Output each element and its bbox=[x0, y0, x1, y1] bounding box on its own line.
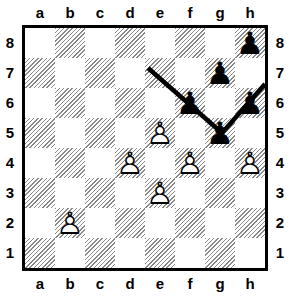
square-h5[interactable] bbox=[235, 118, 265, 148]
rank-label-7-right: 7 bbox=[271, 58, 289, 88]
square-d1[interactable] bbox=[115, 238, 145, 268]
square-b2[interactable]: ♟♙ bbox=[55, 208, 85, 238]
square-d4[interactable]: ♟♙ bbox=[115, 148, 145, 178]
chess-diagram: abcdefgh 87654321 ♟♟♟♟♟♙♟♟♙♟♙♟♙♟♙♟♙ 8765… bbox=[0, 0, 298, 301]
square-f1[interactable] bbox=[175, 238, 205, 268]
square-h3[interactable] bbox=[235, 178, 265, 208]
square-f6[interactable]: ♟ bbox=[175, 88, 205, 118]
file-label-c-top: c bbox=[85, 2, 115, 24]
square-f3[interactable] bbox=[175, 178, 205, 208]
square-c5[interactable] bbox=[85, 118, 115, 148]
square-e1[interactable] bbox=[145, 238, 175, 268]
square-e2[interactable] bbox=[145, 208, 175, 238]
square-f8[interactable] bbox=[175, 28, 205, 58]
black-pawn-icon: ♟ bbox=[235, 88, 265, 118]
white-pawn-icon: ♙ bbox=[175, 148, 205, 178]
white-pawn-e5[interactable]: ♟♙ bbox=[145, 118, 175, 148]
square-a4[interactable] bbox=[25, 148, 55, 178]
square-a8[interactable] bbox=[25, 28, 55, 58]
file-label-h-top: h bbox=[235, 2, 265, 24]
rank-label-1-left: 1 bbox=[1, 238, 19, 268]
white-pawn-d4[interactable]: ♟♙ bbox=[115, 148, 145, 178]
square-g2[interactable] bbox=[205, 208, 235, 238]
rank-label-2-left: 2 bbox=[1, 208, 19, 238]
file-label-f-bottom: f bbox=[175, 273, 205, 295]
square-c8[interactable] bbox=[85, 28, 115, 58]
square-d6[interactable] bbox=[115, 88, 145, 118]
rank-label-4-left: 4 bbox=[1, 148, 19, 178]
square-e4[interactable] bbox=[145, 148, 175, 178]
file-label-h-bottom: h bbox=[235, 273, 265, 295]
square-b8[interactable] bbox=[55, 28, 85, 58]
black-pawn-icon: ♟ bbox=[205, 118, 235, 148]
board-squares: ♟♟♟♟♟♙♟♟♙♟♙♟♙♟♙♟♙ bbox=[25, 28, 265, 268]
square-f4[interactable]: ♟♙ bbox=[175, 148, 205, 178]
square-f5[interactable] bbox=[175, 118, 205, 148]
rank-label-1-right: 1 bbox=[271, 238, 289, 268]
square-a3[interactable] bbox=[25, 178, 55, 208]
square-h4[interactable]: ♟♙ bbox=[235, 148, 265, 178]
square-a6[interactable] bbox=[25, 88, 55, 118]
white-pawn-h4[interactable]: ♟♙ bbox=[235, 148, 265, 178]
black-pawn-icon: ♟ bbox=[205, 58, 235, 88]
square-c6[interactable] bbox=[85, 88, 115, 118]
black-pawn-g7[interactable]: ♟ bbox=[205, 58, 235, 88]
black-pawn-h6[interactable]: ♟ bbox=[235, 88, 265, 118]
black-pawn-icon: ♟ bbox=[235, 28, 265, 58]
white-pawn-icon: ♙ bbox=[145, 178, 175, 208]
square-b1[interactable] bbox=[55, 238, 85, 268]
file-label-b-bottom: b bbox=[55, 273, 85, 295]
square-h1[interactable] bbox=[235, 238, 265, 268]
black-pawn-g5[interactable]: ♟ bbox=[205, 118, 235, 148]
chess-board: ♟♟♟♟♟♙♟♟♙♟♙♟♙♟♙♟♙ bbox=[22, 25, 268, 271]
white-pawn-icon: ♙ bbox=[235, 148, 265, 178]
file-labels-bottom: abcdefgh bbox=[25, 273, 265, 295]
file-label-e-bottom: e bbox=[145, 273, 175, 295]
black-pawn-f6[interactable]: ♟ bbox=[175, 88, 205, 118]
file-label-b-top: b bbox=[55, 2, 85, 24]
white-pawn-f4[interactable]: ♟♙ bbox=[175, 148, 205, 178]
square-b3[interactable] bbox=[55, 178, 85, 208]
square-g8[interactable] bbox=[205, 28, 235, 58]
rank-label-8-left: 8 bbox=[1, 28, 19, 58]
file-label-a-bottom: a bbox=[25, 273, 55, 295]
square-h7[interactable] bbox=[235, 58, 265, 88]
rank-label-2-right: 2 bbox=[271, 208, 289, 238]
white-pawn-b2[interactable]: ♟♙ bbox=[55, 208, 85, 238]
square-g7[interactable]: ♟ bbox=[205, 58, 235, 88]
square-a5[interactable] bbox=[25, 118, 55, 148]
square-g3[interactable] bbox=[205, 178, 235, 208]
file-label-g-bottom: g bbox=[205, 273, 235, 295]
file-label-c-bottom: c bbox=[85, 273, 115, 295]
square-d3[interactable] bbox=[115, 178, 145, 208]
black-pawn-h8[interactable]: ♟ bbox=[235, 28, 265, 58]
file-label-a-top: a bbox=[25, 2, 55, 24]
file-labels-top: abcdefgh bbox=[25, 2, 265, 24]
rank-label-6-left: 6 bbox=[1, 88, 19, 118]
square-b7[interactable] bbox=[55, 58, 85, 88]
square-a7[interactable] bbox=[25, 58, 55, 88]
square-f7[interactable] bbox=[175, 58, 205, 88]
white-pawn-e3[interactable]: ♟♙ bbox=[145, 178, 175, 208]
rank-label-8-right: 8 bbox=[271, 28, 289, 58]
square-a2[interactable] bbox=[25, 208, 55, 238]
square-c3[interactable] bbox=[85, 178, 115, 208]
square-h6[interactable]: ♟ bbox=[235, 88, 265, 118]
file-label-e-top: e bbox=[145, 2, 175, 24]
square-f2[interactable] bbox=[175, 208, 205, 238]
black-pawn-icon: ♟ bbox=[175, 88, 205, 118]
white-pawn-icon: ♙ bbox=[115, 148, 145, 178]
rank-label-3-left: 3 bbox=[1, 178, 19, 208]
square-d7[interactable] bbox=[115, 58, 145, 88]
square-e5[interactable]: ♟♙ bbox=[145, 118, 175, 148]
square-e7[interactable] bbox=[145, 58, 175, 88]
rank-label-4-right: 4 bbox=[271, 148, 289, 178]
square-d2[interactable] bbox=[115, 208, 145, 238]
square-g6[interactable] bbox=[205, 88, 235, 118]
square-e3[interactable]: ♟♙ bbox=[145, 178, 175, 208]
square-h8[interactable]: ♟ bbox=[235, 28, 265, 58]
square-c2[interactable] bbox=[85, 208, 115, 238]
file-label-f-top: f bbox=[175, 2, 205, 24]
rank-label-5-left: 5 bbox=[1, 118, 19, 148]
rank-labels-right: 87654321 bbox=[271, 25, 289, 271]
square-h2[interactable] bbox=[235, 208, 265, 238]
file-label-g-top: g bbox=[205, 2, 235, 24]
square-b5[interactable] bbox=[55, 118, 85, 148]
square-e6[interactable] bbox=[145, 88, 175, 118]
square-b4[interactable] bbox=[55, 148, 85, 178]
square-c4[interactable] bbox=[85, 148, 115, 178]
white-pawn-icon: ♙ bbox=[55, 208, 85, 238]
file-label-d-top: d bbox=[115, 2, 145, 24]
square-g1[interactable] bbox=[205, 238, 235, 268]
rank-label-6-right: 6 bbox=[271, 88, 289, 118]
rank-label-5-right: 5 bbox=[271, 118, 289, 148]
square-d5[interactable] bbox=[115, 118, 145, 148]
square-c7[interactable] bbox=[85, 58, 115, 88]
square-g5[interactable]: ♟ bbox=[205, 118, 235, 148]
square-a1[interactable] bbox=[25, 238, 55, 268]
square-c1[interactable] bbox=[85, 238, 115, 268]
rank-labels-left: 87654321 bbox=[1, 25, 19, 271]
white-pawn-icon: ♙ bbox=[145, 118, 175, 148]
square-b6[interactable] bbox=[55, 88, 85, 118]
rank-label-3-right: 3 bbox=[271, 178, 289, 208]
square-g4[interactable] bbox=[205, 148, 235, 178]
file-label-d-bottom: d bbox=[115, 273, 145, 295]
rank-label-7-left: 7 bbox=[1, 58, 19, 88]
square-d8[interactable] bbox=[115, 28, 145, 58]
square-e8[interactable] bbox=[145, 28, 175, 58]
